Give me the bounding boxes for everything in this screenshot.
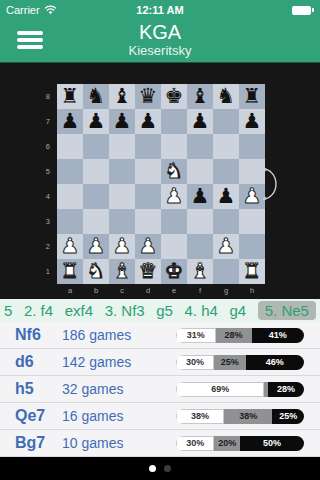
square-d8[interactable]: ♛	[135, 84, 161, 109]
white-queen: ♛	[139, 261, 158, 282]
games-count-label: 10 games	[62, 435, 123, 451]
white-rook: ♜	[243, 261, 262, 282]
status-left: Carrier	[6, 4, 106, 16]
square-a7[interactable]: ♟	[57, 109, 83, 134]
square-a2[interactable]: ♟	[57, 234, 83, 259]
file-label-g: g	[213, 285, 239, 297]
rank-label-4: 4	[38, 184, 54, 209]
square-c4[interactable]	[109, 184, 135, 209]
square-a6[interactable]	[57, 134, 83, 159]
black-knight: ♞	[87, 86, 106, 107]
pager-dot-1[interactable]	[149, 465, 156, 472]
white-bishop: ♝	[191, 261, 210, 282]
flip-board-icon[interactable]	[258, 163, 278, 205]
file-label-c: c	[109, 285, 135, 297]
white-result-segment: 31%	[176, 328, 216, 343]
square-h6[interactable]	[239, 134, 265, 159]
rank-label-8: 8	[38, 84, 54, 109]
file-labels: abcdefgh	[57, 285, 265, 297]
black-pawn: ♟	[217, 186, 236, 207]
square-g5[interactable]	[213, 159, 239, 184]
move-nav-item-4[interactable]: g5	[156, 302, 173, 319]
white-bishop: ♝	[113, 261, 132, 282]
pager-dot-2[interactable]	[164, 465, 171, 472]
square-h1[interactable]: ♜	[239, 259, 265, 284]
pager-dots	[149, 465, 171, 472]
header: KGA Kieseritsky	[0, 20, 320, 63]
black-pawn: ♟	[61, 111, 80, 132]
black-pawn: ♟	[243, 111, 262, 132]
stat-row-Nf6[interactable]: Nf6186 games31%28%41%	[0, 322, 320, 349]
page-subtitle: Kieseritsky	[0, 44, 320, 58]
square-g6[interactable]	[213, 134, 239, 159]
square-f8[interactable]: ♝	[187, 84, 213, 109]
square-d6[interactable]	[135, 134, 161, 159]
white-pawn: ♟	[217, 236, 236, 257]
square-b2[interactable]: ♟	[83, 234, 109, 259]
black-bishop: ♝	[113, 86, 132, 107]
status-right	[214, 6, 314, 15]
result-percentage-bar: 30%20%50%	[176, 436, 304, 451]
square-b3[interactable]	[83, 209, 109, 234]
rank-labels: 87654321	[38, 84, 54, 284]
file-label-e: e	[161, 285, 187, 297]
file-label-h: h	[239, 285, 265, 297]
gray-result-segment: 25%	[214, 355, 246, 370]
chess-board: ♜♞♝♛♚♝♞♜♟♟♟♟♟♟♞♟♟♟♟♟♟♟♟♟♜♞♝♛♚♝♜	[57, 84, 265, 284]
square-e5[interactable]: ♞	[161, 159, 187, 184]
file-label-f: f	[187, 285, 213, 297]
games-count-label: 142 games	[62, 354, 131, 370]
white-result-segment: 38%	[176, 409, 224, 424]
white-knight: ♞	[165, 161, 184, 182]
white-rook: ♜	[61, 261, 80, 282]
page-indicator-bar	[0, 457, 320, 480]
square-d4[interactable]	[135, 184, 161, 209]
move-nav-item-2[interactable]: exf4	[65, 302, 93, 319]
square-b5[interactable]	[83, 159, 109, 184]
file-label-a: a	[57, 285, 83, 297]
square-g1[interactable]	[213, 259, 239, 284]
black-king: ♚	[165, 86, 184, 107]
square-b1[interactable]: ♞	[83, 259, 109, 284]
white-pawn: ♟	[113, 236, 132, 257]
stat-row-d6[interactable]: d6142 games30%25%46%	[0, 349, 320, 376]
square-c1[interactable]: ♝	[109, 259, 135, 284]
white-result-segment: 69%	[176, 382, 264, 397]
battery-icon	[292, 6, 314, 15]
white-pawn: ♟	[139, 236, 158, 257]
result-percentage-bar: 69%28%	[176, 382, 304, 397]
stat-row-h5[interactable]: h532 games69%28%	[0, 376, 320, 403]
candidate-move-label: Qe7	[15, 407, 62, 425]
black-knight: ♞	[217, 86, 236, 107]
candidate-move-label: d6	[15, 353, 62, 371]
status-bar: Carrier 12:11 AM	[0, 0, 320, 20]
board-panel: 87654321 ♜♞♝♛♚♝♞♜♟♟♟♟♟♟♞♟♟♟♟♟♟♟♟♟♜♞♝♛♚♝♜…	[0, 63, 320, 299]
square-f2[interactable]	[187, 234, 213, 259]
move-nav-item-6[interactable]: g4	[229, 302, 246, 319]
square-a1[interactable]: ♜	[57, 259, 83, 284]
black-pawn: ♟	[87, 111, 106, 132]
rank-label-1: 1	[38, 259, 54, 284]
result-percentage-bar: 31%28%41%	[176, 328, 304, 343]
result-percentage-bar: 38%38%25%	[176, 409, 304, 424]
square-d2[interactable]: ♟	[135, 234, 161, 259]
file-label-d: d	[135, 285, 161, 297]
square-f3[interactable]	[187, 209, 213, 234]
square-e6[interactable]	[161, 134, 187, 159]
square-b7[interactable]: ♟	[83, 109, 109, 134]
candidate-move-label: Bg7	[15, 434, 62, 452]
square-d5[interactable]	[135, 159, 161, 184]
black-result-segment: 41%	[252, 328, 304, 343]
gray-result-segment: 28%	[216, 328, 252, 343]
file-label-b: b	[83, 285, 109, 297]
square-a5[interactable]	[57, 159, 83, 184]
square-c2[interactable]: ♟	[109, 234, 135, 259]
square-h7[interactable]: ♟	[239, 109, 265, 134]
clock: 12:11 AM	[106, 4, 214, 16]
square-e1[interactable]: ♚	[161, 259, 187, 284]
rank-label-3: 3	[38, 209, 54, 234]
black-queen: ♛	[139, 86, 158, 107]
square-h3[interactable]	[239, 209, 265, 234]
square-g2[interactable]: ♟	[213, 234, 239, 259]
square-f7[interactable]: ♟	[187, 109, 213, 134]
rank-label-2: 2	[38, 234, 54, 259]
games-count-label: 16 games	[62, 408, 123, 424]
black-rook: ♜	[61, 86, 80, 107]
games-count-label: 32 games	[62, 381, 123, 397]
square-g7[interactable]	[213, 109, 239, 134]
stat-row-Bg7[interactable]: Bg710 games30%20%50%	[0, 430, 320, 457]
square-e8[interactable]: ♚	[161, 84, 187, 109]
stat-row-Qe7[interactable]: Qe716 games38%38%25%	[0, 403, 320, 430]
move-nav-item-7[interactable]: 5. Ne5	[258, 301, 316, 320]
square-c7[interactable]: ♟	[109, 109, 135, 134]
black-result-segment: 50%	[240, 436, 304, 451]
square-d3[interactable]	[135, 209, 161, 234]
square-h8[interactable]: ♜	[239, 84, 265, 109]
move-nav-item-3[interactable]: 3. Nf3	[105, 302, 145, 319]
move-list-bar: 52. f4exf43. Nf3g54. h4g45. Ne5	[0, 299, 320, 322]
rank-label-6: 6	[38, 134, 54, 159]
rank-label-7: 7	[38, 109, 54, 134]
black-bishop: ♝	[191, 86, 210, 107]
square-g3[interactable]	[213, 209, 239, 234]
square-c3[interactable]	[109, 209, 135, 234]
wifi-icon	[44, 5, 57, 15]
square-a3[interactable]	[57, 209, 83, 234]
black-pawn: ♟	[191, 111, 210, 132]
square-f5[interactable]	[187, 159, 213, 184]
white-result-segment: 30%	[176, 436, 214, 451]
topbar: Carrier 12:11 AM	[0, 0, 320, 63]
black-result-segment: 28%	[268, 382, 304, 397]
square-b6[interactable]	[83, 134, 109, 159]
square-c8[interactable]: ♝	[109, 84, 135, 109]
black-result-segment: 25%	[272, 409, 304, 424]
square-a4[interactable]	[57, 184, 83, 209]
app-root: Carrier 12:11 AM	[0, 0, 320, 480]
header-titles: KGA Kieseritsky	[0, 20, 320, 58]
games-count-label: 186 games	[62, 327, 131, 343]
square-f6[interactable]	[187, 134, 213, 159]
square-e4[interactable]: ♟	[161, 184, 187, 209]
square-c5[interactable]	[109, 159, 135, 184]
white-knight: ♞	[87, 261, 106, 282]
square-f4[interactable]: ♟	[187, 184, 213, 209]
square-d1[interactable]: ♛	[135, 259, 161, 284]
square-b4[interactable]	[83, 184, 109, 209]
square-g8[interactable]: ♞	[213, 84, 239, 109]
square-e7[interactable]	[161, 109, 187, 134]
move-nav-item-0[interactable]: 5	[4, 302, 12, 319]
result-percentage-bar: 30%25%46%	[176, 355, 304, 370]
square-c6[interactable]	[109, 134, 135, 159]
black-rook: ♜	[243, 86, 262, 107]
rank-label-5: 5	[38, 159, 54, 184]
black-pawn: ♟	[191, 186, 210, 207]
move-nav-item-1[interactable]: 2. f4	[24, 302, 53, 319]
carrier-label: Carrier	[6, 4, 40, 16]
white-pawn: ♟	[87, 236, 106, 257]
candidate-move-label: Nf6	[15, 326, 62, 344]
square-e2[interactable]	[161, 234, 187, 259]
black-result-segment: 46%	[246, 355, 304, 370]
move-nav-item-5[interactable]: 4. h4	[185, 302, 218, 319]
white-pawn: ♟	[61, 236, 80, 257]
gray-result-segment: 38%	[224, 409, 272, 424]
moves-stats-table: Nf6186 games31%28%41%d6142 games30%25%46…	[0, 322, 320, 457]
square-e3[interactable]	[161, 209, 187, 234]
white-king: ♚	[165, 261, 184, 282]
candidate-move-label: h5	[15, 380, 62, 398]
square-f1[interactable]: ♝	[187, 259, 213, 284]
gray-result-segment: 20%	[214, 436, 240, 451]
black-pawn: ♟	[113, 111, 132, 132]
square-h2[interactable]	[239, 234, 265, 259]
white-result-segment: 30%	[176, 355, 214, 370]
white-pawn: ♟	[165, 186, 184, 207]
page-title: KGA	[0, 20, 320, 44]
square-a8[interactable]: ♜	[57, 84, 83, 109]
square-d7[interactable]: ♟	[135, 109, 161, 134]
square-b8[interactable]: ♞	[83, 84, 109, 109]
square-g4[interactable]: ♟	[213, 184, 239, 209]
black-pawn: ♟	[139, 111, 158, 132]
